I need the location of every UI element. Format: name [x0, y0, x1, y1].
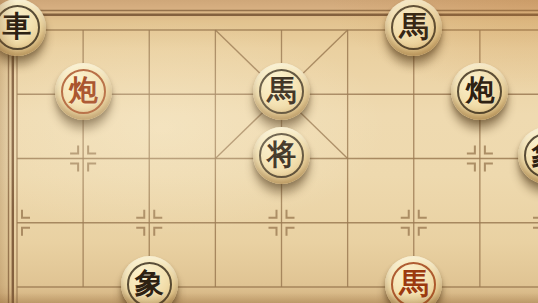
xiangqi-board: 車馬炮馬炮将象象馬 — [0, 0, 538, 303]
piece-ring: 車 — [0, 5, 40, 50]
piece-black-elephant[interactable]: 象 — [518, 127, 538, 184]
piece-ring: 馬 — [259, 69, 304, 114]
piece-ring: 象 — [524, 133, 538, 178]
piece-red-horse[interactable]: 馬 — [385, 256, 442, 303]
piece-black-elephant[interactable]: 象 — [121, 256, 178, 303]
piece-character: 馬 — [399, 12, 428, 41]
piece-ring: 炮 — [457, 69, 502, 114]
piece-black-cannon[interactable]: 炮 — [451, 63, 508, 120]
piece-ring: 馬 — [391, 262, 436, 303]
piece-character: 馬 — [267, 76, 296, 105]
piece-black-general[interactable]: 将 — [253, 127, 310, 184]
piece-character: 将 — [267, 140, 296, 169]
piece-character: 炮 — [465, 76, 494, 105]
piece-character: 象 — [532, 140, 538, 169]
piece-ring: 象 — [127, 262, 172, 303]
piece-character: 炮 — [69, 76, 98, 105]
piece-ring: 炮 — [61, 69, 106, 114]
piece-red-cannon[interactable]: 炮 — [55, 63, 112, 120]
piece-black-horse[interactable]: 馬 — [385, 0, 442, 56]
piece-character: 象 — [135, 269, 164, 298]
piece-ring: 将 — [259, 133, 304, 178]
piece-layer: 車馬炮馬炮将象象馬 — [0, 0, 538, 303]
piece-ring: 馬 — [391, 5, 436, 50]
piece-black-chariot[interactable]: 車 — [0, 0, 46, 56]
piece-character: 車 — [3, 12, 32, 41]
piece-character: 馬 — [399, 269, 428, 298]
piece-black-horse[interactable]: 馬 — [253, 63, 310, 120]
